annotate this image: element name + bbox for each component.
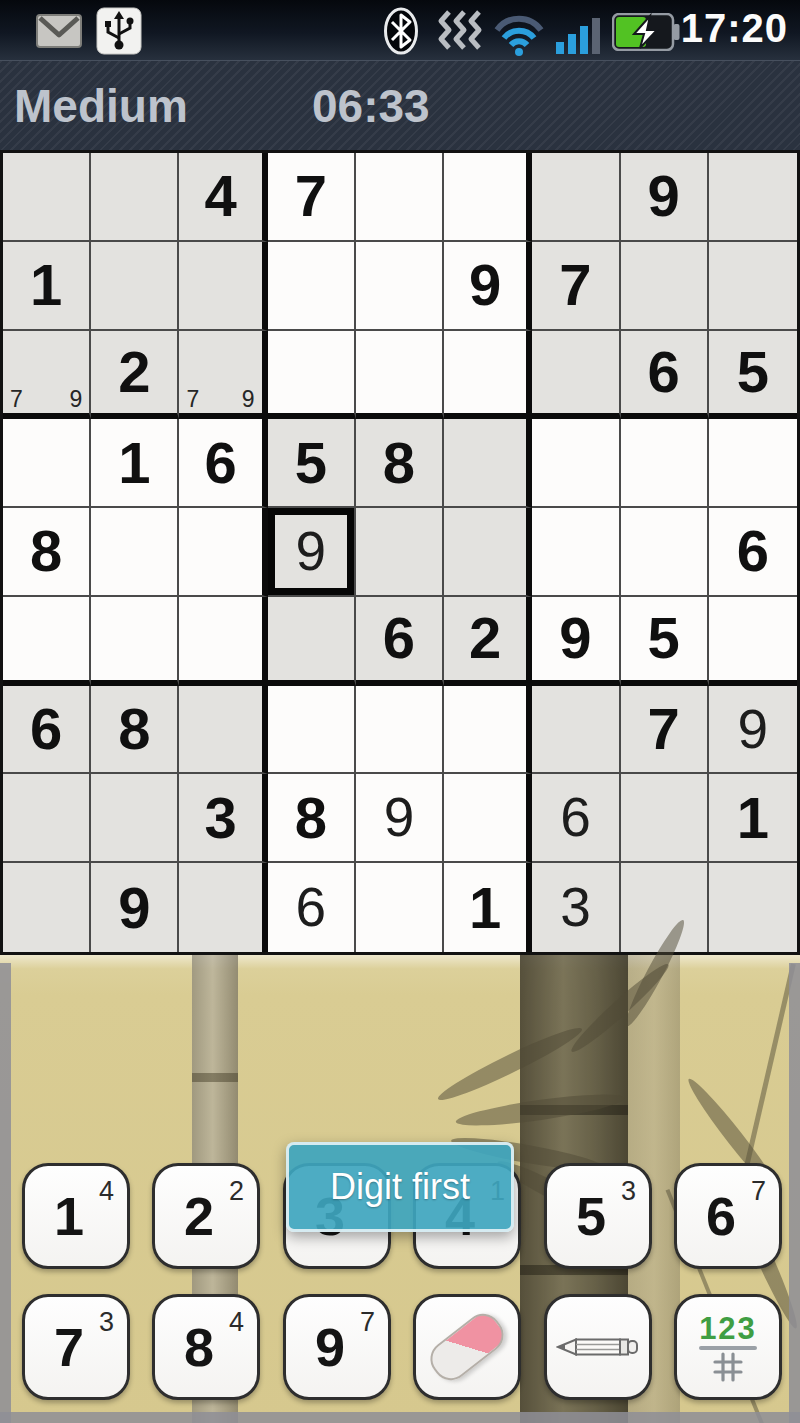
digit-label: 7 (54, 1320, 84, 1374)
cell-r2c9[interactable] (709, 242, 797, 331)
wallpaper-edge (789, 963, 800, 1423)
cell-r9c2[interactable]: 9 (91, 863, 179, 952)
pencil-mark-digit: 9 (69, 388, 87, 411)
cell-r1c4[interactable]: 7 (268, 153, 356, 242)
battery-charging-icon (612, 13, 682, 51)
given-digit: 9 (469, 256, 501, 314)
digit-placed-count: 2 (229, 1178, 244, 1205)
given-digit: 1 (30, 256, 62, 314)
given-digit: 8 (30, 522, 62, 580)
cell-r6c2[interactable] (91, 597, 179, 686)
cell-r9c9[interactable] (709, 863, 797, 952)
given-digit: 6 (648, 343, 680, 401)
cell-r9c3[interactable] (179, 863, 267, 952)
gmail-icon (36, 14, 82, 48)
vibrate-icon (437, 10, 485, 52)
wallpaper-edge (0, 963, 11, 1423)
eraser-icon (423, 1307, 511, 1388)
cell-r8c3[interactable]: 3 (179, 774, 267, 863)
given-digit: 1 (469, 879, 501, 937)
cell-r3c8[interactable]: 6 (621, 331, 709, 420)
difficulty-label: Medium (14, 61, 188, 151)
cell-r8c1[interactable] (3, 774, 91, 863)
cell-r7c1[interactable]: 6 (3, 686, 91, 775)
entered-digit: 9 (295, 524, 326, 579)
cell-r3c1[interactable]: 79 (3, 331, 91, 420)
given-digit: 6 (204, 434, 236, 492)
cell-r8c4[interactable]: 8 (268, 774, 356, 863)
digit-placed-count: 4 (229, 1309, 244, 1336)
given-digit: 7 (295, 167, 327, 225)
cell-r5c9[interactable]: 6 (709, 508, 797, 597)
cell-r6c8[interactable]: 5 (621, 597, 709, 686)
digit-button-1[interactable]: 14 (22, 1163, 130, 1269)
digit-placed-count: 3 (621, 1178, 636, 1205)
given-digit: 5 (737, 343, 769, 401)
clock: 17:20 (681, 6, 788, 51)
cell-r7c3[interactable] (179, 686, 267, 775)
entered-digit: 9 (738, 702, 769, 757)
cell-r5c1[interactable]: 8 (3, 508, 91, 597)
digit-placed-count: 3 (99, 1309, 114, 1336)
given-digit: 3 (204, 789, 236, 847)
digit-button-8[interactable]: 84 (152, 1294, 260, 1400)
cell-r4c8[interactable] (621, 419, 709, 508)
cell-r6c6[interactable]: 2 (444, 597, 532, 686)
cell-r8c8[interactable] (621, 774, 709, 863)
digit-label: 5 (576, 1189, 606, 1243)
wallpaper-edge (0, 1412, 800, 1423)
pencil-mark-digit: 7 (181, 388, 199, 411)
cell-r4c4[interactable]: 5 (268, 419, 356, 508)
cell-r5c3[interactable] (179, 508, 267, 597)
digit-label: 9 (315, 1320, 345, 1374)
cell-r8c7[interactable]: 6 (532, 774, 620, 863)
digit-button-7[interactable]: 73 (22, 1294, 130, 1400)
cell-r7c6[interactable] (444, 686, 532, 775)
cell-r6c9[interactable] (709, 597, 797, 686)
cell-r5c5[interactable] (356, 508, 444, 597)
cell-r9c6[interactable]: 1 (444, 863, 532, 952)
mode-divider (699, 1346, 757, 1350)
given-digit: 8 (118, 700, 150, 758)
status-bar: 17:20 (0, 0, 800, 62)
eraser-button[interactable] (413, 1294, 521, 1400)
pencil-mark-digit: 7 (5, 388, 23, 411)
cell-r9c7[interactable]: 3 (532, 863, 620, 952)
cell-r1c1[interactable] (3, 153, 91, 242)
game-timer: 06:33 (312, 61, 430, 151)
cell-r4c1[interactable] (3, 419, 91, 508)
pencil-button[interactable] (544, 1294, 652, 1400)
cell-r4c6[interactable] (444, 419, 532, 508)
given-digit: 8 (383, 434, 415, 492)
cell-r2c1[interactable]: 1 (3, 242, 91, 331)
cell-r5c8[interactable] (621, 508, 709, 597)
cell-r6c1[interactable] (3, 597, 91, 686)
cell-r1c9[interactable] (709, 153, 797, 242)
cell-r8c6[interactable] (444, 774, 532, 863)
pencil-mark-digit: 9 (242, 388, 260, 411)
cell-r7c4[interactable] (268, 686, 356, 775)
cell-r2c7[interactable]: 7 (532, 242, 620, 331)
sudoku-app-screen: 17:20 Medium 06:33 479197792796516588966… (0, 0, 800, 1423)
cell-r9c5[interactable] (356, 863, 444, 952)
cell-r2c4[interactable] (268, 242, 356, 331)
digit-button-5[interactable]: 53 (544, 1163, 652, 1269)
digit-label: 6 (706, 1189, 736, 1243)
cell-r6c4[interactable] (268, 597, 356, 686)
digit-label: 1 (54, 1189, 84, 1243)
cell-r1c5[interactable] (356, 153, 444, 242)
cell-r3c2[interactable]: 2 (91, 331, 179, 420)
wifi-icon (492, 14, 546, 56)
cell-r2c2[interactable] (91, 242, 179, 331)
digit-button-9[interactable]: 97 (283, 1294, 391, 1400)
cell-r7c2[interactable]: 8 (91, 686, 179, 775)
given-digit: 9 (118, 879, 150, 937)
cell-r4c2[interactable]: 1 (91, 419, 179, 508)
given-digit: 7 (559, 256, 591, 314)
cell-r2c5[interactable] (356, 242, 444, 331)
cell-r3c7[interactable] (532, 331, 620, 420)
cell-r8c9[interactable]: 1 (709, 774, 797, 863)
cell-r4c3[interactable]: 6 (179, 419, 267, 508)
given-digit: 9 (559, 609, 591, 667)
digit-placed-count: 7 (360, 1309, 375, 1336)
cell-r5c7[interactable] (532, 508, 620, 597)
title-bar: Medium 06:33 (0, 60, 800, 151)
pencil-marks: 79 (5, 333, 87, 412)
cell-r8c5[interactable]: 9 (356, 774, 444, 863)
given-digit: 6 (383, 609, 415, 667)
pencil-grid-icon (713, 1352, 743, 1382)
cell-r2c6[interactable]: 9 (444, 242, 532, 331)
cell-r4c9[interactable] (709, 419, 797, 508)
given-digit: 6 (737, 522, 769, 580)
given-digit: 7 (648, 700, 680, 758)
given-digit: 5 (295, 434, 327, 492)
cell-r5c6[interactable] (444, 508, 532, 597)
cell-r1c2[interactable] (91, 153, 179, 242)
bluetooth-icon (383, 7, 419, 55)
given-digit: 2 (469, 609, 501, 667)
pencil-marks: 79 (181, 333, 259, 412)
given-digit: 1 (118, 434, 150, 492)
cell-r8c2[interactable] (91, 774, 179, 863)
cell-r6c5[interactable]: 6 (356, 597, 444, 686)
cell-r3c6[interactable] (444, 331, 532, 420)
cell-r7c9[interactable]: 9 (709, 686, 797, 775)
cell-r1c7[interactable] (532, 153, 620, 242)
entered-digit: 9 (384, 790, 415, 845)
cell-r5c2[interactable] (91, 508, 179, 597)
cell-r7c7[interactable] (532, 686, 620, 775)
cell-r9c8[interactable] (621, 863, 709, 952)
cell-r3c3[interactable]: 79 (179, 331, 267, 420)
cell-r3c9[interactable]: 5 (709, 331, 797, 420)
toast-text: Digit first (330, 1166, 470, 1208)
cell-r1c6[interactable] (444, 153, 532, 242)
cell-r4c7[interactable] (532, 419, 620, 508)
given-digit: 8 (295, 789, 327, 847)
cell-r6c7[interactable]: 9 (532, 597, 620, 686)
digit-mode-label: 123 (699, 1313, 757, 1344)
entered-digit: 6 (295, 880, 326, 935)
given-digit: 1 (737, 789, 769, 847)
cell-r2c3[interactable] (179, 242, 267, 331)
cell-r7c8[interactable]: 7 (621, 686, 709, 775)
digit-placed-count: 4 (99, 1178, 114, 1205)
entered-digit: 3 (560, 880, 591, 935)
cell-r1c8[interactable]: 9 (621, 153, 709, 242)
entered-digit: 6 (560, 790, 591, 845)
given-digit: 4 (204, 167, 236, 225)
pencil-icon (556, 1335, 640, 1359)
sudoku-board: 4791977927965165889662956879389619613 (0, 150, 800, 955)
signal-icon (556, 16, 602, 54)
digit-button-2[interactable]: 22 (152, 1163, 260, 1269)
cell-r4c5[interactable]: 8 (356, 419, 444, 508)
given-digit: 2 (118, 343, 150, 401)
cell-r9c4[interactable]: 6 (268, 863, 356, 952)
cell-r1c3[interactable]: 4 (179, 153, 267, 242)
digit-label: 2 (184, 1189, 214, 1243)
digit-button-6[interactable]: 67 (674, 1163, 782, 1269)
digit-placed-count: 7 (751, 1178, 766, 1205)
cell-r9c1[interactable] (3, 863, 91, 952)
given-digit: 5 (648, 609, 680, 667)
given-digit: 9 (648, 167, 680, 225)
given-digit: 6 (30, 700, 62, 758)
cell-r3c4[interactable] (268, 331, 356, 420)
cell-r5c4[interactable]: 9 (268, 508, 356, 597)
cell-r7c5[interactable] (356, 686, 444, 775)
digit-label: 8 (184, 1320, 214, 1374)
cell-r3c5[interactable] (356, 331, 444, 420)
digit-mode-toggle-button[interactable]: 123 (674, 1294, 782, 1400)
cell-r6c3[interactable] (179, 597, 267, 686)
toast-digit-first: Digit first (286, 1142, 514, 1232)
cell-r2c8[interactable] (621, 242, 709, 331)
usb-icon (96, 7, 142, 55)
